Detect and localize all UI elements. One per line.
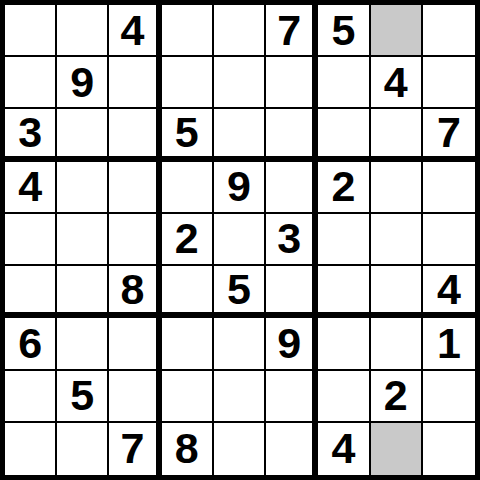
given-digit: 2 bbox=[384, 374, 408, 417]
given-digit: 4 bbox=[18, 165, 42, 208]
cell-r7c6[interactable]: 9 bbox=[266, 318, 318, 370]
cell-r8c4[interactable] bbox=[162, 371, 214, 423]
cell-r9c1[interactable] bbox=[5, 423, 57, 475]
cell-r8c2[interactable]: 5 bbox=[57, 371, 109, 423]
given-digit: 1 bbox=[437, 322, 461, 365]
cell-r4c7[interactable]: 2 bbox=[318, 162, 370, 214]
cell-r4c9[interactable] bbox=[423, 162, 475, 214]
given-digit: 4 bbox=[437, 268, 461, 311]
sudoku-page: 475943574922385469152784 bbox=[0, 0, 480, 480]
given-digit: 5 bbox=[227, 268, 251, 311]
cell-r7c4[interactable] bbox=[162, 318, 214, 370]
cell-r3c4[interactable]: 5 bbox=[162, 109, 214, 161]
cell-r1c1[interactable] bbox=[5, 5, 57, 57]
given-digit: 9 bbox=[70, 61, 94, 104]
cell-r2c8[interactable]: 4 bbox=[371, 57, 423, 109]
cell-r9c6[interactable] bbox=[266, 423, 318, 475]
cell-r5c7[interactable] bbox=[318, 214, 370, 266]
cell-r4c1[interactable]: 4 bbox=[5, 162, 57, 214]
cell-r6c5[interactable]: 5 bbox=[214, 266, 266, 318]
cell-r3c8[interactable] bbox=[371, 109, 423, 161]
given-digit: 5 bbox=[331, 9, 355, 52]
cell-r9c3[interactable]: 7 bbox=[109, 423, 161, 475]
cell-r6c1[interactable] bbox=[5, 266, 57, 318]
cell-r5c3[interactable] bbox=[109, 214, 161, 266]
sudoku-board: 475943574922385469152784 bbox=[0, 0, 480, 480]
cell-r9c9[interactable] bbox=[423, 423, 475, 475]
cell-r5c6[interactable]: 3 bbox=[266, 214, 318, 266]
cell-r6c8[interactable] bbox=[371, 266, 423, 318]
cell-r3c2[interactable] bbox=[57, 109, 109, 161]
given-digit: 7 bbox=[121, 427, 145, 470]
given-digit: 7 bbox=[277, 9, 301, 52]
cell-r8c6[interactable] bbox=[266, 371, 318, 423]
cell-r3c5[interactable] bbox=[214, 109, 266, 161]
cell-r7c9[interactable]: 1 bbox=[423, 318, 475, 370]
cell-r7c5[interactable] bbox=[214, 318, 266, 370]
cell-r1c9[interactable] bbox=[423, 5, 475, 57]
cell-r8c9[interactable] bbox=[423, 371, 475, 423]
cell-r1c4[interactable] bbox=[162, 5, 214, 57]
cell-r4c6[interactable] bbox=[266, 162, 318, 214]
cell-r1c2[interactable] bbox=[57, 5, 109, 57]
given-digit: 2 bbox=[331, 165, 355, 208]
given-digit: 9 bbox=[277, 322, 301, 365]
cell-r3c9[interactable]: 7 bbox=[423, 109, 475, 161]
cell-r8c8[interactable]: 2 bbox=[371, 371, 423, 423]
cell-r6c9[interactable]: 4 bbox=[423, 266, 475, 318]
cell-r8c7[interactable] bbox=[318, 371, 370, 423]
cell-r2c1[interactable] bbox=[5, 57, 57, 109]
cell-r7c3[interactable] bbox=[109, 318, 161, 370]
given-digit: 5 bbox=[70, 374, 94, 417]
cell-r9c8[interactable] bbox=[371, 423, 423, 475]
cell-r8c3[interactable] bbox=[109, 371, 161, 423]
given-digit: 8 bbox=[175, 427, 199, 470]
cell-r1c5[interactable] bbox=[214, 5, 266, 57]
cell-r2c6[interactable] bbox=[266, 57, 318, 109]
cell-r6c3[interactable]: 8 bbox=[109, 266, 161, 318]
cell-r2c7[interactable] bbox=[318, 57, 370, 109]
given-digit: 2 bbox=[175, 217, 199, 260]
cell-r6c2[interactable] bbox=[57, 266, 109, 318]
cell-r6c4[interactable] bbox=[162, 266, 214, 318]
cell-r3c1[interactable]: 3 bbox=[5, 109, 57, 161]
given-digit: 3 bbox=[18, 111, 42, 154]
cell-r6c6[interactable] bbox=[266, 266, 318, 318]
cell-r7c1[interactable]: 6 bbox=[5, 318, 57, 370]
cell-r4c8[interactable] bbox=[371, 162, 423, 214]
cell-r5c9[interactable] bbox=[423, 214, 475, 266]
given-digit: 5 bbox=[175, 111, 199, 154]
cell-r5c8[interactable] bbox=[371, 214, 423, 266]
cell-r8c1[interactable] bbox=[5, 371, 57, 423]
given-digit: 6 bbox=[18, 322, 42, 365]
cell-r9c2[interactable] bbox=[57, 423, 109, 475]
cell-r9c5[interactable] bbox=[214, 423, 266, 475]
cell-r4c5[interactable]: 9 bbox=[214, 162, 266, 214]
cell-r1c8[interactable] bbox=[371, 5, 423, 57]
cell-r2c2[interactable]: 9 bbox=[57, 57, 109, 109]
cell-r2c3[interactable] bbox=[109, 57, 161, 109]
cell-r3c6[interactable] bbox=[266, 109, 318, 161]
cell-r2c9[interactable] bbox=[423, 57, 475, 109]
cell-r4c4[interactable] bbox=[162, 162, 214, 214]
cell-r7c2[interactable] bbox=[57, 318, 109, 370]
cell-r3c3[interactable] bbox=[109, 109, 161, 161]
cell-r2c4[interactable] bbox=[162, 57, 214, 109]
given-digit: 8 bbox=[121, 268, 145, 311]
cell-r5c2[interactable] bbox=[57, 214, 109, 266]
given-digit: 4 bbox=[384, 61, 408, 104]
cell-r9c4[interactable]: 8 bbox=[162, 423, 214, 475]
given-digit: 7 bbox=[437, 111, 461, 154]
given-digit: 3 bbox=[277, 217, 301, 260]
cell-r9c7[interactable]: 4 bbox=[318, 423, 370, 475]
given-digit: 4 bbox=[121, 9, 145, 52]
given-digit: 4 bbox=[331, 427, 355, 470]
cell-r1c7[interactable]: 5 bbox=[318, 5, 370, 57]
cell-r1c3[interactable]: 4 bbox=[109, 5, 161, 57]
cell-r7c7[interactable] bbox=[318, 318, 370, 370]
cell-r7c8[interactable] bbox=[371, 318, 423, 370]
cell-r5c4[interactable]: 2 bbox=[162, 214, 214, 266]
cell-r4c3[interactable] bbox=[109, 162, 161, 214]
cell-r4c2[interactable] bbox=[57, 162, 109, 214]
cell-r2c5[interactable] bbox=[214, 57, 266, 109]
cell-r5c5[interactable] bbox=[214, 214, 266, 266]
given-digit: 9 bbox=[227, 165, 251, 208]
cell-r3c7[interactable] bbox=[318, 109, 370, 161]
cell-r1c6[interactable]: 7 bbox=[266, 5, 318, 57]
cell-r6c7[interactable] bbox=[318, 266, 370, 318]
cell-r5c1[interactable] bbox=[5, 214, 57, 266]
cell-r8c5[interactable] bbox=[214, 371, 266, 423]
